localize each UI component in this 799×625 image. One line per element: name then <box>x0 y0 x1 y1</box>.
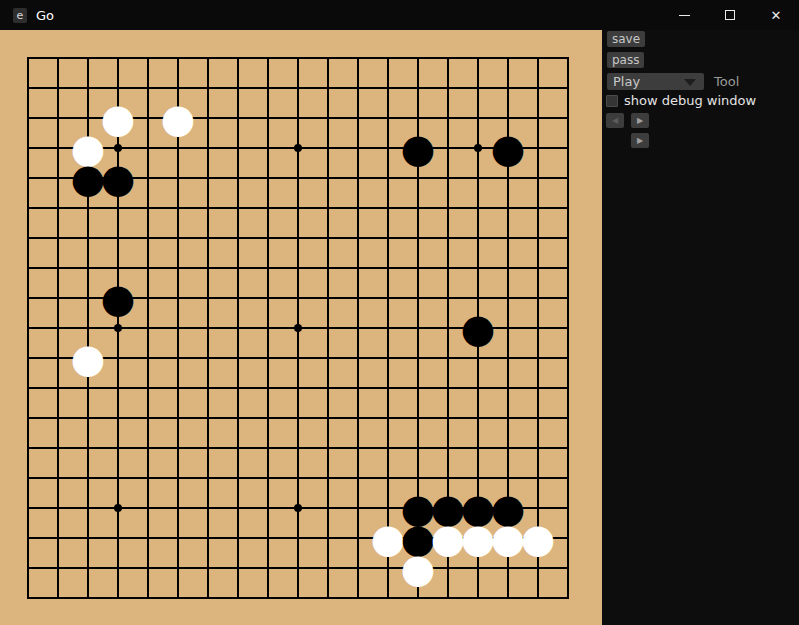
black-stone: ● <box>464 314 492 342</box>
pass-button[interactable]: pass <box>607 52 644 68</box>
white-stone: ● <box>434 524 462 552</box>
tool-caption: Tool <box>714 74 739 89</box>
black-stone: ● <box>104 164 132 192</box>
star-point <box>294 324 302 332</box>
maximize-icon <box>725 10 735 20</box>
minimize-button[interactable] <box>661 0 707 30</box>
show-debug-checkbox[interactable] <box>606 95 618 107</box>
window-controls: ✕ <box>661 0 799 30</box>
white-stone: ● <box>374 524 402 552</box>
white-stone: ● <box>524 524 552 552</box>
show-debug-label: show debug window <box>624 93 756 108</box>
maximize-button[interactable] <box>707 0 753 30</box>
black-stone: ● <box>74 164 102 192</box>
black-stone: ● <box>104 284 132 312</box>
app-icon: e <box>13 8 27 23</box>
nav-forward-button[interactable]: ▶ <box>631 113 649 128</box>
black-stone: ● <box>494 134 522 162</box>
go-board[interactable]: ●●●●●●●●●●●●●●●●●●●●● <box>0 30 602 625</box>
save-button[interactable]: save <box>607 31 645 47</box>
star-point <box>114 144 122 152</box>
nav-forward-alt-button[interactable]: ▶ <box>631 133 649 148</box>
white-stone: ● <box>104 104 132 132</box>
white-stone: ● <box>494 524 522 552</box>
white-stone: ● <box>164 104 192 132</box>
minimize-icon <box>679 15 690 16</box>
star-point <box>114 504 122 512</box>
star-point <box>114 324 122 332</box>
nav-back-button[interactable]: ◀ <box>606 113 624 128</box>
white-stone: ● <box>74 344 102 372</box>
star-point <box>294 504 302 512</box>
tool-select[interactable]: Play <box>607 73 704 90</box>
tool-select-value: Play <box>613 74 640 89</box>
star-point <box>474 144 482 152</box>
close-button[interactable]: ✕ <box>753 0 799 30</box>
close-icon: ✕ <box>771 9 782 22</box>
control-panel: save pass Play Tool show debug window ◀ … <box>602 30 799 625</box>
star-point <box>294 144 302 152</box>
chevron-down-icon <box>684 79 696 86</box>
white-stone: ● <box>404 554 432 582</box>
black-stone: ● <box>404 134 432 162</box>
white-stone: ● <box>464 524 492 552</box>
window-title: Go <box>36 8 54 23</box>
title-bar: e Go ✕ <box>0 0 799 30</box>
